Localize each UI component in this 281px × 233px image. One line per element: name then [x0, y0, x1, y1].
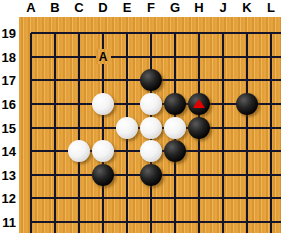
stone-white-D16[interactable] — [92, 93, 114, 115]
stone-white-E15[interactable] — [116, 117, 138, 139]
stone-black-F17[interactable] — [140, 69, 162, 91]
stones-overlay: A — [0, 0, 281, 233]
stone-black-G16[interactable] — [164, 93, 186, 115]
stone-black-G14[interactable] — [164, 140, 186, 162]
stone-white-F14[interactable] — [140, 140, 162, 162]
stone-black-D13[interactable] — [92, 164, 114, 186]
stone-white-C14[interactable] — [68, 140, 90, 162]
stone-black-F13[interactable] — [140, 164, 162, 186]
stone-white-G15[interactable] — [164, 117, 186, 139]
triangle-marker-H16 — [193, 99, 205, 108]
stone-white-D14[interactable] — [92, 140, 114, 162]
stone-white-F16[interactable] — [140, 93, 162, 115]
stone-black-K16[interactable] — [236, 93, 258, 115]
stone-white-F15[interactable] — [140, 117, 162, 139]
go-board-diagram: ABCDEFGHJKL 191817161514131211 A — [0, 0, 281, 233]
point-label-D18[interactable]: A — [96, 49, 111, 64]
stone-black-H15[interactable] — [188, 117, 210, 139]
